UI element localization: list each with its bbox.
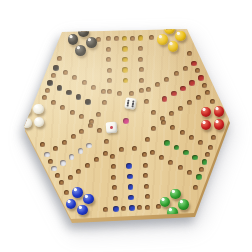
track-hole [42,95,47,100]
track-hole [139,67,144,72]
track-hole [144,184,149,189]
marble-white[interactable] [33,104,44,115]
track-hole [113,196,118,201]
track-hole [145,194,150,199]
track-hole [45,88,50,93]
track-hole [91,85,96,90]
track-hole [51,100,56,105]
marble-black[interactable] [78,27,89,38]
track-hole [104,139,109,144]
marble-red[interactable] [201,107,212,118]
track-hole [111,164,116,169]
track-hole [170,125,175,130]
start-hole-red [191,61,197,67]
home-hole-red [171,91,177,97]
track-hole [106,36,111,41]
home-hole-green [164,140,170,146]
die-1[interactable] [124,97,137,110]
die-2[interactable] [105,121,117,133]
home-hole-yellow [122,67,128,73]
track-hole [53,146,58,151]
home-hole-black [85,99,91,105]
track-hole [106,47,111,52]
track-hole [64,190,69,195]
track-hole [130,36,135,41]
track-hole [161,120,166,125]
track-hole [112,185,117,190]
track-hole [155,82,160,87]
home-hole-blue [129,205,135,211]
track-hole [79,114,84,119]
home-hole-red [162,96,168,102]
track-hole [187,51,192,56]
track-hole [151,110,156,115]
home-hole-white [69,154,75,160]
track-hole [169,111,174,116]
track-hole [187,170,192,175]
die-pip [131,105,133,107]
track-hole [107,68,112,73]
start-hole-white [44,152,50,158]
track-hole [144,99,149,104]
home-hole-blue [126,163,132,169]
die-pip [131,102,133,104]
track-hole [146,87,151,92]
track-hole [48,159,53,164]
marble-yellow[interactable] [168,41,179,52]
track-hole [60,105,65,110]
marble-yellow[interactable] [175,31,186,42]
track-hole [59,180,64,185]
marble-black[interactable] [86,37,97,48]
marble-blue[interactable] [77,205,88,216]
marble-blue[interactable] [66,199,77,210]
marble-yellow[interactable] [157,34,168,45]
track-hole [210,99,215,104]
track-hole [110,154,115,159]
track-hole [107,78,112,83]
marble-yellow[interactable] [164,23,175,34]
track-hole [117,91,122,96]
marble-red[interactable] [214,106,225,117]
track-hole [40,142,45,147]
track-hole [142,152,147,157]
track-hole [62,140,67,145]
home-hole-white [86,143,92,149]
track-hole [68,175,73,180]
home-hole-green [202,159,208,165]
home-hole-black [76,94,82,100]
start-hole-blue [113,206,119,212]
track-hole [71,134,76,139]
track-hole [198,140,203,145]
track-hole [143,163,148,168]
track-hole [199,167,204,172]
marble-green[interactable] [170,189,181,200]
track-hole [76,169,81,174]
track-hole [193,185,198,190]
home-hole-white [51,166,57,172]
track-hole [145,137,150,142]
track-hole [196,95,201,100]
track-hole [139,88,144,93]
track-hole [119,147,124,152]
start-hole-green [196,174,202,180]
home-hole-yellow [123,78,129,84]
marble-blue[interactable] [83,194,94,205]
track-hole [150,150,155,155]
start-hole-yellow [138,35,144,41]
track-hole [114,36,119,41]
track-hole [70,110,75,115]
track-hole [143,173,148,178]
track-hole [208,145,213,150]
marble-blue[interactable] [72,187,83,198]
marble-black[interactable] [68,34,79,45]
track-hole [149,35,154,40]
track-hole [107,89,112,94]
track-hole [168,160,173,165]
track-hole [101,89,106,94]
home-hole-blue [128,195,134,201]
track-hole [183,66,188,71]
home-hole-black [66,90,72,96]
track-hole [164,77,169,82]
track-hole [174,71,179,76]
home-hole-red [189,80,195,86]
aggravation-board [0,0,252,252]
track-hole [94,157,99,162]
home-hole-blue [128,184,134,190]
track-hole [195,68,200,73]
track-hole [159,155,164,160]
track-hole [187,100,192,105]
track-hole [211,135,216,140]
track-hole [97,128,102,133]
home-hole-green [183,150,189,156]
die-pip [109,125,112,128]
track-hole [132,146,137,151]
home-hole-green [174,145,180,151]
track-hole [63,70,68,75]
track-hole [138,46,143,51]
track-hole [106,57,111,62]
track-hole [180,130,185,135]
marble-green[interactable] [178,199,189,210]
track-hole [85,163,90,168]
track-hole [151,126,156,131]
marble-red[interactable] [214,119,225,130]
marble-white[interactable] [20,105,31,116]
track-hole [202,83,207,88]
track-hole [189,135,194,140]
track-hole [121,206,126,211]
marble-red[interactable] [201,120,212,131]
die-pip [131,99,133,101]
track-hole [178,106,183,111]
home-hole-yellow [122,36,128,42]
track-hole [205,152,210,157]
track-hole [51,73,56,78]
marble-white[interactable] [21,118,32,129]
track-hole [137,205,142,210]
track-hole [79,129,84,134]
base-hole-white [22,107,28,113]
track-hole [205,90,210,95]
track-hole [102,100,107,105]
marble-black[interactable] [75,45,86,56]
track-hole [57,56,62,61]
home-hole-green [192,155,198,161]
home-hole-yellow [122,46,128,52]
home-hole-blue [127,174,133,180]
track-hole [138,57,143,62]
photo-stage [0,0,252,252]
track-hole [103,207,108,212]
track-hole [89,119,94,124]
die-pip [127,99,129,101]
center-hole [123,118,129,124]
home-hole-white [60,160,66,166]
home-hole-black [47,80,53,86]
die-pip [127,101,129,103]
track-hole [55,173,60,178]
track-hole [145,205,150,210]
start-hole-black [53,65,59,71]
track-hole [111,175,116,180]
home-hole-black [57,85,63,91]
home-hole-yellow [122,57,128,63]
marble-green[interactable] [160,197,171,208]
home-hole-red [198,75,204,81]
marble-white[interactable] [34,117,45,128]
home-hole-white [78,148,84,154]
track-hole [96,112,101,117]
track-hole [178,165,183,170]
home-hole-red [180,86,186,92]
track-hole [72,75,77,80]
die-pip [126,104,128,106]
track-hole [103,151,108,156]
track-hole [129,91,134,96]
track-hole [82,80,87,85]
track-hole [139,78,144,83]
